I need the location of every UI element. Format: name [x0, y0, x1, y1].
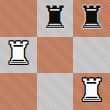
square-r3c1[interactable] [0, 73, 37, 110]
square-r1c2[interactable]: ♜ [37, 0, 74, 37]
black-rook-piece: ♜ [78, 2, 106, 33]
white-rook-piece: ♜ [4, 38, 32, 69]
square-r2c1[interactable]: ♜ [0, 37, 37, 74]
square-r2c3[interactable] [73, 37, 110, 74]
square-r1c1[interactable] [0, 0, 37, 37]
square-r1c3[interactable]: ♜ [73, 0, 110, 37]
white-rook-piece: ♜ [78, 75, 106, 106]
square-r3c2[interactable] [37, 73, 74, 110]
chess-board: ♜♜♜♜ [0, 0, 110, 110]
square-r2c2[interactable] [37, 37, 74, 74]
black-rook-piece: ♜ [41, 2, 69, 33]
square-r3c3[interactable]: ♜ [73, 73, 110, 110]
